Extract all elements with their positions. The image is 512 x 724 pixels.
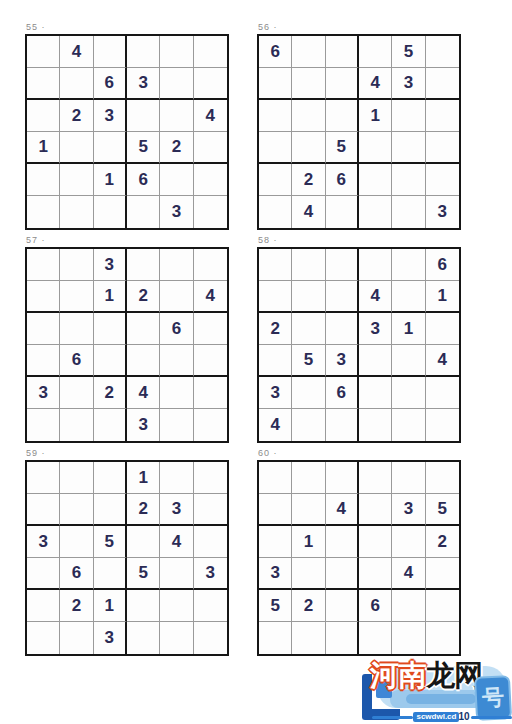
cell-r1c3[interactable] xyxy=(326,249,359,281)
cell-r6c6[interactable] xyxy=(426,409,459,441)
cell-r1c5[interactable] xyxy=(160,36,193,68)
cell-r2c2[interactable] xyxy=(60,68,93,100)
cell-r2c1[interactable] xyxy=(259,68,292,100)
cell-r3c1[interactable] xyxy=(259,100,292,132)
cell-r6c2[interactable] xyxy=(292,622,325,654)
cell-r3c5: 6 xyxy=(160,313,193,345)
seal-glyph: 号 xyxy=(481,682,505,713)
cell-r3c2[interactable] xyxy=(292,313,325,345)
cell-r6c3[interactable] xyxy=(326,196,359,228)
cell-r5c3: 1 xyxy=(94,590,127,622)
cell-r3c6: 4 xyxy=(194,100,227,132)
cell-r1c5[interactable] xyxy=(392,249,425,281)
cell-r6c4[interactable] xyxy=(127,622,160,654)
cell-r5c3: 2 xyxy=(94,377,127,409)
cell-r3c2[interactable] xyxy=(292,100,325,132)
cell-r5c6[interactable] xyxy=(194,590,227,622)
cell-r3c6[interactable] xyxy=(426,313,459,345)
cell-r3c5: 1 xyxy=(392,313,425,345)
puzzle-57-label: 57 · xyxy=(26,236,229,245)
cell-r4c4: 5 xyxy=(127,558,160,590)
cell-r3c3[interactable] xyxy=(94,313,127,345)
cell-r4c5[interactable] xyxy=(160,558,193,590)
cell-r2c4: 4 xyxy=(359,68,392,100)
cell-r2c4[interactable] xyxy=(359,494,392,526)
cell-r2c5: 3 xyxy=(160,494,193,526)
cell-r6c2: 4 xyxy=(292,196,325,228)
cell-r1c6[interactable] xyxy=(426,36,459,68)
cell-r1c1[interactable] xyxy=(259,249,292,281)
cell-r2c5: 3 xyxy=(392,68,425,100)
cell-r6c3[interactable] xyxy=(326,409,359,441)
cell-r2c5[interactable] xyxy=(160,68,193,100)
cell-r5c6[interactable] xyxy=(194,164,227,196)
cell-r1c4[interactable] xyxy=(359,36,392,68)
cell-r3c4[interactable] xyxy=(127,313,160,345)
puzzle-59: 59 · 123354653213 xyxy=(25,449,229,656)
cell-r5c4[interactable] xyxy=(127,590,160,622)
sudoku-board-58: 641231534364 xyxy=(257,247,461,443)
cell-r6c4: 3 xyxy=(127,409,160,441)
cell-r4c3[interactable] xyxy=(326,558,359,590)
cell-r4c6[interactable] xyxy=(194,132,227,164)
cell-r6c5[interactable] xyxy=(392,409,425,441)
cell-r2c5[interactable] xyxy=(392,281,425,313)
cell-r1c3[interactable] xyxy=(94,36,127,68)
cell-r1c4[interactable] xyxy=(127,249,160,281)
brand-name-first: 河南 xyxy=(370,658,426,692)
cell-r5c2[interactable] xyxy=(60,164,93,196)
sudoku-board-55: 463234152163 xyxy=(25,34,229,230)
puzzle-59-label: 59 · xyxy=(26,449,229,458)
cell-r6c3[interactable] xyxy=(326,622,359,654)
cell-r1c6[interactable] xyxy=(426,462,459,494)
watermark-url: scwdwl.cd xyxy=(413,712,459,722)
cell-r4c4[interactable] xyxy=(359,345,392,377)
cell-r3c2: 1 xyxy=(292,526,325,558)
cell-r2c6: 4 xyxy=(194,281,227,313)
cell-r3c1: 3 xyxy=(27,526,60,558)
cell-r4c2: 5 xyxy=(292,345,325,377)
cell-r5c5[interactable] xyxy=(392,377,425,409)
cell-r2c6[interactable] xyxy=(426,68,459,100)
cell-r5c3: 6 xyxy=(326,377,359,409)
cell-r3c3: 5 xyxy=(94,526,127,558)
cell-r4c2[interactable] xyxy=(292,558,325,590)
cell-r5c2[interactable] xyxy=(292,377,325,409)
cell-r3c6[interactable] xyxy=(194,526,227,558)
cell-r2c5: 3 xyxy=(392,494,425,526)
puzzle-58: 58 · 641231534364 xyxy=(257,236,461,443)
cell-r2c4: 2 xyxy=(127,494,160,526)
cell-r5c2: 2 xyxy=(292,590,325,622)
watermark-url-band: scwdwl.cd 10 xyxy=(372,711,512,723)
cell-r1c4[interactable] xyxy=(127,36,160,68)
cell-r1c2[interactable] xyxy=(60,462,93,494)
cell-r2c3: 1 xyxy=(94,281,127,313)
cell-r1c2[interactable] xyxy=(292,249,325,281)
cell-r3c4[interactable] xyxy=(359,526,392,558)
cell-r2c2[interactable] xyxy=(292,281,325,313)
cell-r5c4: 6 xyxy=(359,590,392,622)
page-number: 10 xyxy=(458,712,469,722)
cell-r3c5[interactable] xyxy=(392,526,425,558)
cell-r2c1[interactable] xyxy=(27,494,60,526)
cell-r5c1[interactable] xyxy=(27,164,60,196)
cell-r3c1[interactable] xyxy=(27,100,60,132)
cell-r6c3[interactable] xyxy=(94,196,127,228)
cell-r2c3[interactable] xyxy=(94,494,127,526)
cell-r6c5[interactable] xyxy=(160,622,193,654)
cell-r6c1[interactable] xyxy=(27,409,60,441)
cell-r4c2[interactable] xyxy=(292,132,325,164)
cell-r5c6[interactable] xyxy=(426,377,459,409)
cell-r3c4[interactable] xyxy=(127,526,160,558)
cell-r4c4[interactable] xyxy=(359,558,392,590)
cell-r5c2: 2 xyxy=(60,590,93,622)
site-watermark: 河南龙网 号 scwdwl.cd 10 xyxy=(360,660,512,724)
cell-r1c3[interactable] xyxy=(326,36,359,68)
puzzle-60: 60 · 4351234526 xyxy=(257,449,461,656)
cell-r6c5[interactable] xyxy=(160,409,193,441)
cell-r3c5: 4 xyxy=(160,526,193,558)
puzzle-60-label: 60 · xyxy=(258,449,461,458)
cell-r6c4[interactable] xyxy=(359,622,392,654)
cell-r3c3: 3 xyxy=(94,100,127,132)
cell-r1c3[interactable] xyxy=(94,462,127,494)
cell-r3c5[interactable] xyxy=(392,100,425,132)
cell-r2c2[interactable] xyxy=(60,494,93,526)
cell-r6c6[interactable] xyxy=(194,622,227,654)
sudoku-board-56: 6543152643 xyxy=(257,34,461,230)
cell-r4c1[interactable] xyxy=(27,345,60,377)
cell-r4c5[interactable] xyxy=(160,345,193,377)
cell-r5c1[interactable] xyxy=(27,590,60,622)
cell-r4c3: 5 xyxy=(326,132,359,164)
cell-r1c1[interactable] xyxy=(259,462,292,494)
cell-r2c3[interactable] xyxy=(326,68,359,100)
cell-r6c4[interactable] xyxy=(359,196,392,228)
cell-r4c2: 6 xyxy=(60,558,93,590)
cell-r1c6: 6 xyxy=(426,249,459,281)
cell-r5c4: 4 xyxy=(127,377,160,409)
cell-r4c3[interactable] xyxy=(94,132,127,164)
cell-r3c1: 2 xyxy=(259,313,292,345)
puzzle-56: 56 · 6543152643 xyxy=(257,23,461,230)
cell-r6c4[interactable] xyxy=(359,409,392,441)
cell-r4c3: 3 xyxy=(326,345,359,377)
cell-r4c4[interactable] xyxy=(359,132,392,164)
cell-r5c2[interactable] xyxy=(60,377,93,409)
cell-r6c4[interactable] xyxy=(127,196,160,228)
puzzle-57: 57 · 3124663243 xyxy=(25,236,229,443)
cell-r3c6[interactable] xyxy=(426,100,459,132)
cell-r6c1[interactable] xyxy=(259,622,292,654)
cell-r4c1[interactable] xyxy=(259,132,292,164)
puzzle-58-label: 58 · xyxy=(258,236,461,245)
cell-r2c6[interactable] xyxy=(194,494,227,526)
cell-r3c6: 2 xyxy=(426,526,459,558)
cell-r1c6[interactable] xyxy=(194,249,227,281)
cell-r6c1[interactable] xyxy=(27,622,60,654)
cell-r6c5: 3 xyxy=(160,196,193,228)
cell-r4c6[interactable] xyxy=(426,132,459,164)
cell-r5c1[interactable] xyxy=(259,164,292,196)
cell-r5c5[interactable] xyxy=(160,164,193,196)
cell-r4c4[interactable] xyxy=(127,345,160,377)
cell-r2c3[interactable] xyxy=(326,281,359,313)
cell-r4c2[interactable] xyxy=(60,132,93,164)
cell-r2c5[interactable] xyxy=(160,281,193,313)
cell-r3c3[interactable] xyxy=(326,100,359,132)
cell-r5c5[interactable] xyxy=(392,590,425,622)
cell-r2c4: 4 xyxy=(359,281,392,313)
cell-r4c6[interactable] xyxy=(194,345,227,377)
cell-r3c2[interactable] xyxy=(60,313,93,345)
cell-r5c3: 6 xyxy=(326,164,359,196)
cell-r1c6[interactable] xyxy=(194,36,227,68)
cell-r5c1: 3 xyxy=(27,377,60,409)
cell-r2c3: 6 xyxy=(94,68,127,100)
cell-r2c6: 5 xyxy=(426,494,459,526)
cell-r1c4[interactable] xyxy=(359,249,392,281)
watermark-cloud-shape xyxy=(406,694,476,704)
cell-r4c1[interactable] xyxy=(259,345,292,377)
cell-r5c2: 2 xyxy=(292,164,325,196)
cell-r6c2[interactable] xyxy=(60,196,93,228)
cell-r4c5[interactable] xyxy=(392,345,425,377)
cell-r1c4: 1 xyxy=(127,462,160,494)
cell-r5c5[interactable] xyxy=(392,164,425,196)
cell-r3c4[interactable] xyxy=(127,100,160,132)
cell-r4c3[interactable] xyxy=(94,345,127,377)
cell-r4c1: 1 xyxy=(27,132,60,164)
cell-r1c5[interactable] xyxy=(160,249,193,281)
cell-r6c1[interactable] xyxy=(259,196,292,228)
cell-r1c2[interactable] xyxy=(60,249,93,281)
cell-r1c1[interactable] xyxy=(27,36,60,68)
cell-r6c2[interactable] xyxy=(292,409,325,441)
cell-r6c2[interactable] xyxy=(60,622,93,654)
cell-r3c3[interactable] xyxy=(326,526,359,558)
cell-r6c1: 4 xyxy=(259,409,292,441)
band-line-left xyxy=(372,716,413,719)
cell-r2c6: 1 xyxy=(426,281,459,313)
sudoku-board-60: 4351234526 xyxy=(257,460,461,656)
cell-r6c6[interactable] xyxy=(426,622,459,654)
cell-r6c5[interactable] xyxy=(392,622,425,654)
cell-r1c4[interactable] xyxy=(359,462,392,494)
cell-r3c2[interactable] xyxy=(60,526,93,558)
cell-r1c6[interactable] xyxy=(194,462,227,494)
cell-r1c2[interactable] xyxy=(292,36,325,68)
cell-r4c3[interactable] xyxy=(94,558,127,590)
cell-r2c1[interactable] xyxy=(259,281,292,313)
cell-r6c5[interactable] xyxy=(392,196,425,228)
cell-r3c4: 3 xyxy=(359,313,392,345)
cell-r5c5[interactable] xyxy=(160,590,193,622)
cell-r1c5[interactable] xyxy=(392,462,425,494)
cell-r5c1: 5 xyxy=(259,590,292,622)
cell-r5c5[interactable] xyxy=(160,377,193,409)
cell-r3c1[interactable] xyxy=(259,526,292,558)
cell-r2c2[interactable] xyxy=(292,494,325,526)
cell-r2c1[interactable] xyxy=(259,494,292,526)
cell-r6c3[interactable] xyxy=(94,409,127,441)
cell-r4c5: 4 xyxy=(392,558,425,590)
cell-r5c6[interactable] xyxy=(426,164,459,196)
cell-r6c6[interactable] xyxy=(194,196,227,228)
cell-r1c3: 3 xyxy=(94,249,127,281)
cell-r4c2: 6 xyxy=(60,345,93,377)
cell-r5c4[interactable] xyxy=(359,164,392,196)
cell-r4c1[interactable] xyxy=(27,558,60,590)
cell-r1c1[interactable] xyxy=(27,462,60,494)
cell-r1c2[interactable] xyxy=(292,462,325,494)
cell-r2c1[interactable] xyxy=(27,68,60,100)
cell-r4c6[interactable] xyxy=(426,558,459,590)
cell-r5c3: 1 xyxy=(94,164,127,196)
cell-r6c6: 3 xyxy=(426,196,459,228)
cell-r2c4: 3 xyxy=(127,68,160,100)
cell-r2c3: 4 xyxy=(326,494,359,526)
cell-r1c1[interactable] xyxy=(27,249,60,281)
cell-r4c5: 2 xyxy=(160,132,193,164)
cell-r1c5[interactable] xyxy=(160,462,193,494)
puzzle-55: 55 · 463234152163 xyxy=(25,23,229,230)
sudoku-board-57: 3124663243 xyxy=(25,247,229,443)
cell-r1c1: 6 xyxy=(259,36,292,68)
band-line-right xyxy=(471,716,512,719)
cell-r1c2: 4 xyxy=(60,36,93,68)
cell-r5c4: 6 xyxy=(127,164,160,196)
cell-r2c2[interactable] xyxy=(292,68,325,100)
cell-r5c1: 3 xyxy=(259,377,292,409)
cell-r4c5[interactable] xyxy=(392,132,425,164)
cell-r2c4: 2 xyxy=(127,281,160,313)
cell-r2c1[interactable] xyxy=(27,281,60,313)
cell-r1c3[interactable] xyxy=(326,462,359,494)
puzzle-55-label: 55 · xyxy=(26,23,229,32)
cell-r2c6[interactable] xyxy=(194,68,227,100)
puzzle-56-label: 56 · xyxy=(258,23,461,32)
cell-r4c6: 3 xyxy=(194,558,227,590)
cell-r6c6[interactable] xyxy=(194,409,227,441)
cell-r5c6[interactable] xyxy=(426,590,459,622)
cell-r5c6[interactable] xyxy=(194,377,227,409)
cell-r3c4: 1 xyxy=(359,100,392,132)
cell-r5c3[interactable] xyxy=(326,590,359,622)
cell-r3c6[interactable] xyxy=(194,313,227,345)
cell-r4c1: 3 xyxy=(259,558,292,590)
cell-r3c1[interactable] xyxy=(27,313,60,345)
cell-r3c5[interactable] xyxy=(160,100,193,132)
cell-r6c3: 3 xyxy=(94,622,127,654)
watermark-brand-title: 河南龙网 xyxy=(370,658,482,692)
cell-r6c1[interactable] xyxy=(27,196,60,228)
cell-r5c4[interactable] xyxy=(359,377,392,409)
cell-r6c2[interactable] xyxy=(60,409,93,441)
cell-r4c6: 4 xyxy=(426,345,459,377)
cell-r2c2[interactable] xyxy=(60,281,93,313)
cell-r3c2: 2 xyxy=(60,100,93,132)
sudoku-board-59: 123354653213 xyxy=(25,460,229,656)
cell-r3c3[interactable] xyxy=(326,313,359,345)
cell-r4c4: 5 xyxy=(127,132,160,164)
cell-r1c5: 5 xyxy=(392,36,425,68)
